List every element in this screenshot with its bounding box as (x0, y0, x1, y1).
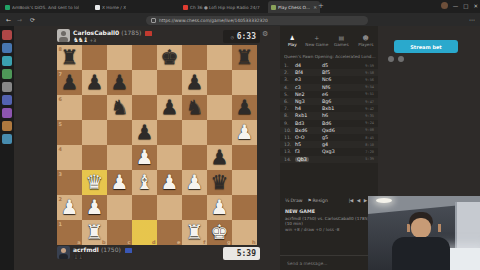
new-game-title: NEW GAME (285, 209, 375, 214)
material-advantage: +3 (89, 38, 96, 43)
square-d3[interactable]: ♝ (132, 170, 157, 195)
move-row-3: 3.e3Nc69:56 (280, 76, 378, 83)
white-move[interactable]: e3 (295, 77, 322, 82)
webcam-person (390, 210, 452, 270)
black-piece-k-e8[interactable]: ♚ (161, 45, 179, 70)
taskbar-icon-2[interactable] (2, 43, 12, 53)
taskbar-icon-8[interactable] (2, 121, 12, 131)
taskbar-icon-1[interactable] (2, 30, 12, 40)
black-piece-p-b7[interactable]: ♟ (86, 70, 104, 95)
square-g6[interactable] (207, 95, 232, 120)
black-move[interactable]: Bg6 (322, 99, 349, 104)
square-a4[interactable]: 4 (57, 145, 82, 170)
black-piece-p-f7[interactable]: ♟ (186, 70, 204, 95)
taskbar-icon-3[interactable] (2, 56, 12, 66)
square-a5[interactable]: 5 (57, 120, 82, 145)
resign-icon: ⚑ (307, 198, 311, 203)
next-move-button[interactable]: ▶ (364, 198, 367, 203)
square-e3[interactable]: ♟ (157, 170, 182, 195)
move-row-10: 10.Bxd6Qxd69:08 (280, 127, 378, 134)
new-game-icon: + (314, 34, 319, 41)
square-b6[interactable] (82, 95, 107, 120)
white-piece-p-g2[interactable]: ♟ (211, 195, 229, 220)
square-c2[interactable] (107, 195, 132, 220)
bottom-player-name[interactable]: acrfmdl (1750) (73, 246, 132, 253)
draw-button[interactable]: ½Draw (285, 198, 302, 203)
square-f6[interactable]: ♞ (182, 95, 207, 120)
white-piece-q-b3[interactable]: ♛ (86, 170, 104, 195)
browser-tab-2[interactable]: X Home / X (92, 1, 184, 13)
browser-profile-icon[interactable] (441, 2, 448, 9)
move-row-4: 4.c3Nf69:54 (280, 84, 378, 91)
panel-tab-players[interactable]: ☻Players (354, 29, 379, 52)
move-row-13: 13.f3Qxg37:20 (280, 148, 378, 155)
move-time: 9:51 (349, 92, 378, 96)
square-a8[interactable]: 8♜ (57, 45, 82, 70)
white-move[interactable]: Bxd6 (295, 128, 322, 133)
panel-tab-play[interactable]: ♟Play (280, 29, 305, 52)
black-move[interactable]: Qxd6 (322, 128, 349, 133)
move-row-1: 1.d4d59:59 (280, 62, 378, 69)
bottom-player-rating: (1750) (101, 246, 121, 253)
move-time: 9:42 (349, 107, 378, 111)
square-c5[interactable] (107, 120, 132, 145)
menu-icon[interactable]: ⋯ (469, 16, 475, 23)
move-time: 9:35 (349, 114, 378, 118)
url-text: https://www.chess.com/game/live/14053333… (159, 18, 268, 23)
move-time: 9:58 (349, 71, 378, 75)
square-e5[interactable] (157, 120, 182, 145)
square-a1[interactable]: 1a (57, 220, 82, 245)
top-player-name[interactable]: CarlosCaball0 (1785) (73, 29, 152, 36)
rank-label-2: 2 (59, 196, 62, 202)
white-move[interactable]: Bd3 (295, 121, 322, 126)
file-label-b: b (102, 239, 106, 245)
new-game-stakes: win +8 / draw +0 / loss -8 (285, 227, 375, 232)
square-h5[interactable]: ♟ (232, 120, 257, 145)
top-player-clock: ◷ 6:33 (223, 30, 260, 43)
panel-tabs: ♟Play+New Game▤Games☻Players (280, 29, 378, 52)
move-row-2: 2.Bf4Bf59:58 (280, 69, 378, 76)
square-f4[interactable] (182, 145, 207, 170)
browser-tab-1[interactable]: AmBook's DiOS. And sent to lol (2, 1, 96, 13)
taskbar-icon-6[interactable] (2, 95, 12, 105)
square-g5[interactable] (207, 120, 232, 145)
new-game-section: NEW GAME acrfmdl (1750) vs. CarlosCaball… (285, 209, 375, 232)
address-bar[interactable]: https://www.chess.com/game/live/14053333… (146, 16, 368, 25)
webcam-lamp (376, 198, 392, 203)
square-h2[interactable] (232, 195, 257, 220)
taskbar-icon-9[interactable] (2, 134, 12, 144)
captured-b-icon: ♝ (78, 253, 83, 261)
play-icon: ♟ (290, 34, 295, 41)
rank-label-5: 5 (59, 121, 62, 127)
black-move[interactable]: Bf5 (322, 70, 349, 75)
bottom-captured-pieces: ♝♝ (73, 254, 83, 261)
square-a6[interactable]: 6 (57, 95, 82, 120)
bottom-player-flag-icon (125, 248, 132, 253)
white-move[interactable]: d4 (295, 63, 322, 68)
tab-favicon (183, 5, 188, 10)
white-piece-p-c3[interactable]: ♟ (111, 170, 129, 195)
white-move[interactable]: Bf4 (295, 70, 322, 75)
square-d2[interactable] (132, 195, 157, 220)
rank-label-6: 6 (59, 96, 62, 102)
black-piece-p-a7[interactable]: ♟ (61, 70, 79, 95)
black-move[interactable]: Nc6 (322, 77, 349, 82)
browser-tab-3[interactable]: Ch 36 ● Lofi Hip Hop Radio 24/7 (180, 1, 272, 13)
square-d4[interactable]: ♟ (132, 145, 157, 170)
square-d1[interactable]: d (132, 220, 157, 245)
square-f8[interactable] (182, 45, 207, 70)
move-row-11: 11.O-Og58:45 (280, 134, 378, 141)
rank-label-8: 8 (59, 46, 62, 52)
tab-label: Ch 36 ● Lofi Hip Hop Radio 24/7 (190, 5, 260, 10)
square-f1[interactable]: f♜ (182, 220, 207, 245)
square-c4[interactable] (107, 145, 132, 170)
first-move-button[interactable]: |◀ (349, 198, 353, 203)
square-d5[interactable]: ♟ (132, 120, 157, 145)
square-f2[interactable] (182, 195, 207, 220)
square-e2[interactable] (157, 195, 182, 220)
square-g3[interactable]: ♛ (207, 170, 232, 195)
file-label-f: f (203, 239, 205, 245)
move-time: 9:08 (349, 128, 378, 132)
square-b8[interactable] (82, 45, 107, 70)
rank-label-4: 4 (59, 146, 62, 152)
taskbar-icon-7[interactable] (2, 108, 12, 118)
browser-tab-4[interactable]: Play Chess Online for Free wit…✕ (268, 1, 320, 13)
chat-bar (280, 255, 378, 270)
top-player-flag-icon (145, 31, 152, 36)
opening-name: Queen's Pawn Opening: Accelerated London… (284, 54, 376, 59)
square-c7[interactable]: ♟ (107, 70, 132, 95)
move-row-8: 8.Rxb1h69:35 (280, 112, 378, 119)
square-b2[interactable]: ♟ (82, 195, 107, 220)
white-piece-r-f1[interactable]: ♜ (186, 220, 204, 245)
square-b1[interactable]: b♜ (82, 220, 107, 245)
new-game-matchup: acrfmdl (1750) vs. CarlosCaball0 (1785) … (285, 216, 375, 226)
black-move[interactable]: Bxb1 (322, 106, 349, 111)
white-move[interactable]: c3 (295, 85, 322, 90)
move-time: 8:10 (349, 143, 378, 147)
square-b7[interactable]: ♟ (82, 70, 107, 95)
file-label-g: g (227, 239, 231, 245)
move-time: 9:24 (349, 121, 378, 125)
square-f5[interactable] (182, 120, 207, 145)
black-move[interactable]: Nf6 (322, 85, 349, 90)
back-icon[interactable]: ← (6, 16, 11, 23)
black-move[interactable]: e6 (322, 92, 349, 97)
panel-tab-new-game[interactable]: +New Game (305, 29, 330, 52)
square-f7[interactable]: ♟ (182, 70, 207, 95)
square-h6[interactable]: ♟ (232, 95, 257, 120)
black-piece-n-f6[interactable]: ♞ (186, 95, 204, 120)
square-e6[interactable]: ♟ (157, 95, 182, 120)
screen: AmBook's DiOS. And sent to lolX Home / X… (0, 0, 480, 270)
overlay-icon-1[interactable] (388, 56, 394, 62)
square-e8[interactable]: ♚ (157, 45, 182, 70)
square-a7[interactable]: 7♟ (57, 70, 82, 95)
white-piece-k-g1[interactable]: ♚ (211, 220, 229, 245)
square-b4[interactable] (82, 145, 107, 170)
square-c1[interactable]: c (107, 220, 132, 245)
white-move[interactable]: Ne2 (295, 92, 322, 97)
square-d8[interactable] (132, 45, 157, 70)
square-c3[interactable]: ♟ (107, 170, 132, 195)
black-move[interactable]: g5 (322, 135, 349, 140)
black-piece-p-d5[interactable]: ♟ (136, 120, 154, 145)
black-piece-r-a8[interactable]: ♜ (61, 45, 79, 70)
move-time: 9:56 (349, 78, 378, 82)
square-d6[interactable] (132, 95, 157, 120)
white-move[interactable]: Qb3 (295, 157, 322, 162)
captured-b-icon: ♝ (83, 36, 88, 44)
top-player-avatar[interactable] (57, 29, 70, 42)
move-time: 9:47 (349, 100, 378, 104)
square-c6[interactable]: ♞ (107, 95, 132, 120)
square-g7[interactable] (207, 70, 232, 95)
webcam-overlay (368, 196, 480, 270)
square-g4[interactable]: ♟ (207, 145, 232, 170)
black-piece-p-c7[interactable]: ♟ (111, 70, 129, 95)
refresh-icon[interactable]: ⟳ (30, 16, 35, 23)
games-icon: ▤ (338, 34, 344, 41)
black-piece-p-g4[interactable]: ♟ (211, 145, 229, 170)
white-piece-r-b1[interactable]: ♜ (86, 220, 104, 245)
square-e4[interactable] (157, 145, 182, 170)
square-e7[interactable] (157, 70, 182, 95)
move-row-5: 5.Ne2e69:51 (280, 91, 378, 98)
move-row-7: 7.h4Bxb19:42 (280, 105, 378, 112)
game-panel: ♟Play+New Game▤Games☻Players Queen's Paw… (280, 26, 378, 270)
white-move[interactable]: h5 (295, 142, 322, 147)
top-player-rating: (1785) (121, 29, 141, 36)
rank-label-7: 7 (59, 71, 62, 77)
square-h1[interactable]: h (232, 220, 257, 245)
move-time: 8:45 (349, 136, 378, 140)
black-move[interactable]: h6 (322, 113, 349, 118)
tab-close-icon[interactable]: ✕ (313, 5, 317, 10)
square-b5[interactable] (82, 120, 107, 145)
white-piece-p-f3[interactable]: ♟ (186, 170, 204, 195)
tab-label: X Home / X (102, 5, 126, 10)
close-button[interactable]: ✕ (473, 3, 478, 9)
black-piece-r-h8[interactable]: ♜ (236, 45, 254, 70)
bottom-player-avatar[interactable] (57, 246, 70, 259)
left-taskbar (0, 26, 14, 270)
tab-label: Play Chess Online for Free wit… (278, 5, 310, 10)
tab-favicon (95, 5, 100, 10)
move-row-6: 6.Ng3Bg69:47 (280, 98, 378, 105)
white-move[interactable]: h4 (295, 106, 322, 111)
white-move[interactable]: Rxb1 (295, 113, 322, 118)
forward-icon[interactable]: → (17, 16, 22, 23)
square-a3[interactable]: 3 (57, 170, 82, 195)
move-time: 5:39 (349, 157, 378, 161)
file-label-a: a (77, 239, 80, 245)
move-time: 9:54 (349, 85, 378, 89)
file-label-e: e (177, 239, 180, 245)
white-piece-p-b2[interactable]: ♟ (86, 195, 104, 220)
taskbar-icon-4[interactable] (2, 69, 12, 79)
move-time: 7:20 (349, 150, 378, 154)
square-f3[interactable]: ♟ (182, 170, 207, 195)
move-row-12: 12.h5g48:10 (280, 141, 378, 148)
white-move[interactable]: Ng3 (295, 99, 322, 104)
white-move[interactable]: f3 (295, 149, 322, 154)
square-e1[interactable]: e (157, 220, 182, 245)
white-piece-p-e3[interactable]: ♟ (161, 170, 179, 195)
black-piece-p-e6[interactable]: ♟ (161, 95, 179, 120)
board-settings-gear-icon[interactable]: ⚙ (262, 30, 268, 38)
rank-label-3: 3 (59, 171, 62, 177)
bottom-player-clock: 5:39 (223, 247, 260, 260)
file-label-h: h (252, 239, 256, 245)
chess-board: 8♜♚♜7♟♟♟♟6♞♟♞♟5♟♟4♟♟3♛♟♝♟♟♛2♟♟♟1ab♜cdef♜… (57, 45, 257, 245)
top-captured-pieces: ♞♞♝+3 (73, 37, 96, 44)
black-piece-n-c6[interactable]: ♞ (111, 95, 129, 120)
new-tab-button[interactable]: + (318, 3, 324, 10)
webcam-door (455, 202, 480, 254)
square-a2[interactable]: 2♟ (57, 195, 82, 220)
move-row-14: 14.Qb35:39 (280, 156, 378, 163)
taskbar-icon-5[interactable] (2, 82, 12, 92)
overlay-icon-2[interactable] (398, 56, 404, 62)
rank-label-1: 1 (59, 221, 62, 227)
tab-favicon (271, 5, 276, 10)
chat-input[interactable] (285, 260, 377, 267)
square-g1[interactable]: g♚ (207, 220, 232, 245)
tab-favicon (5, 5, 10, 10)
black-move[interactable]: g4 (322, 142, 349, 147)
square-h3[interactable] (232, 170, 257, 195)
lock-icon (151, 18, 156, 23)
black-piece-q-g3[interactable]: ♛ (211, 170, 229, 195)
square-h8[interactable]: ♜ (232, 45, 257, 70)
move-time: 9:59 (349, 64, 378, 68)
file-label-c: c (128, 239, 131, 245)
clock-icon: ◷ (231, 34, 234, 40)
maximize-button[interactable]: □ (463, 3, 468, 9)
stream-bet-button[interactable]: Stream bet (394, 40, 458, 53)
move-row-9: 9.Bd3Bd69:24 (280, 120, 378, 127)
bottom-player-bar: acrfmdl (1750) ♝♝ 5:39 (57, 246, 260, 262)
square-b3[interactable]: ♛ (82, 170, 107, 195)
players-icon: ☻ (363, 34, 369, 41)
prev-move-button[interactable]: ◀ (357, 198, 360, 203)
tab-label: AmBook's DiOS. And sent to lol (12, 5, 79, 10)
browser-tabstrip: AmBook's DiOS. And sent to lolX Home / X… (0, 0, 480, 13)
draw-icon: ½ (285, 198, 289, 203)
white-piece-b-d3[interactable]: ♝ (136, 170, 154, 195)
square-h7[interactable] (232, 70, 257, 95)
panel-tab-games[interactable]: ▤Games (329, 29, 354, 52)
square-g2[interactable]: ♟ (207, 195, 232, 220)
white-piece-p-h5[interactable]: ♟ (236, 120, 254, 145)
square-c8[interactable] (107, 45, 132, 70)
square-h4[interactable] (232, 145, 257, 170)
white-piece-p-a2[interactable]: ♟ (61, 195, 79, 220)
black-move[interactable]: Bd6 (322, 121, 349, 126)
resign-button[interactable]: ⚑Resign (307, 198, 327, 203)
square-d7[interactable] (132, 70, 157, 95)
black-piece-p-h6[interactable]: ♟ (236, 95, 254, 120)
white-move[interactable]: O-O (295, 135, 322, 140)
white-piece-p-d4[interactable]: ♟ (136, 145, 154, 170)
file-label-d: d (152, 239, 156, 245)
minimize-button[interactable]: — (453, 3, 459, 9)
black-move[interactable]: Qxg3 (322, 149, 349, 154)
black-move[interactable]: d5 (322, 63, 349, 68)
top-player-bar: CarlosCaball0 (1785) ♞♞♝+3 ◷ 6:33 (57, 29, 260, 45)
square-g8[interactable] (207, 45, 232, 70)
window-controls: — □ ✕ (441, 2, 478, 9)
